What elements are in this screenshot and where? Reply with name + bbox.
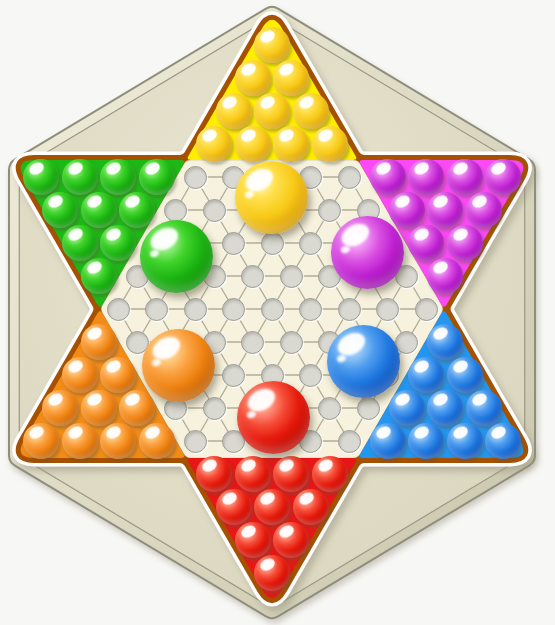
marble-red[interactable] [273, 456, 309, 492]
marble-green[interactable] [100, 159, 136, 195]
hole[interactable] [241, 265, 264, 288]
marble-yellow[interactable] [312, 126, 348, 162]
marble-blue[interactable] [485, 423, 521, 459]
marble-blue[interactable] [389, 390, 425, 426]
marble-magenta[interactable] [389, 192, 425, 228]
hole[interactable] [261, 232, 284, 255]
marble-yellow[interactable] [293, 93, 329, 129]
marble-magenta[interactable] [427, 192, 463, 228]
hole[interactable] [338, 430, 361, 453]
hole[interactable] [338, 298, 361, 321]
hole[interactable] [261, 298, 284, 321]
marble-red[interactable] [254, 489, 290, 525]
marble-red[interactable] [312, 456, 348, 492]
hole[interactable] [299, 298, 322, 321]
marble-yellow[interactable] [216, 93, 252, 129]
marble-green[interactable] [62, 159, 98, 195]
big-marble-magenta[interactable] [331, 216, 404, 289]
marble-yellow[interactable] [273, 126, 309, 162]
big-marble-yellow[interactable] [235, 161, 308, 234]
hole[interactable] [184, 298, 207, 321]
marble-magenta[interactable] [466, 192, 502, 228]
hole[interactable] [184, 430, 207, 453]
marble-orange[interactable] [42, 390, 78, 426]
big-marble-green[interactable] [140, 220, 213, 293]
marble-red[interactable] [293, 489, 329, 525]
hole[interactable] [203, 199, 226, 222]
hole[interactable] [145, 298, 168, 321]
marble-orange[interactable] [139, 423, 175, 459]
marble-magenta[interactable] [408, 225, 444, 261]
hole[interactable] [164, 199, 187, 222]
marble-magenta[interactable] [485, 159, 521, 195]
marble-green[interactable] [100, 225, 136, 261]
chinese-checkers-board [0, 0, 555, 625]
hole[interactable] [222, 232, 245, 255]
marble-yellow[interactable] [235, 126, 271, 162]
big-marble-orange[interactable] [142, 329, 215, 402]
marble-blue[interactable] [447, 423, 483, 459]
marble-orange[interactable] [100, 357, 136, 393]
marble-green[interactable] [139, 159, 175, 195]
marble-orange[interactable] [81, 324, 117, 360]
marble-red[interactable] [273, 522, 309, 558]
marble-green[interactable] [62, 225, 98, 261]
hole[interactable] [395, 331, 418, 354]
marble-red[interactable] [196, 456, 232, 492]
hole[interactable] [376, 298, 399, 321]
hole[interactable] [184, 166, 207, 189]
marble-red[interactable] [235, 522, 271, 558]
hole[interactable] [241, 331, 264, 354]
marble-blue[interactable] [447, 357, 483, 393]
pieces-layer [0, 0, 555, 625]
marble-green[interactable] [81, 258, 117, 294]
hole[interactable] [299, 232, 322, 255]
hole[interactable] [415, 298, 438, 321]
marble-orange[interactable] [81, 390, 117, 426]
marble-magenta[interactable] [427, 258, 463, 294]
marble-orange[interactable] [62, 357, 98, 393]
marble-green[interactable] [42, 192, 78, 228]
hole[interactable] [318, 199, 341, 222]
marble-blue[interactable] [370, 423, 406, 459]
marble-red[interactable] [216, 489, 252, 525]
marble-red[interactable] [254, 555, 290, 591]
marble-yellow[interactable] [273, 60, 309, 96]
hole[interactable] [222, 364, 245, 387]
big-marble-red[interactable] [237, 381, 310, 454]
hole[interactable] [357, 397, 380, 420]
marble-magenta[interactable] [447, 159, 483, 195]
marble-green[interactable] [119, 192, 155, 228]
marble-orange[interactable] [23, 423, 59, 459]
marble-orange[interactable] [100, 423, 136, 459]
marble-green[interactable] [23, 159, 59, 195]
hole[interactable] [280, 331, 303, 354]
marble-blue[interactable] [427, 324, 463, 360]
big-marble-blue[interactable] [327, 325, 400, 398]
marble-magenta[interactable] [447, 225, 483, 261]
marble-orange[interactable] [62, 423, 98, 459]
marble-magenta[interactable] [408, 159, 444, 195]
marble-yellow[interactable] [254, 27, 290, 63]
marble-red[interactable] [235, 456, 271, 492]
marble-magenta[interactable] [370, 159, 406, 195]
hole[interactable] [299, 364, 322, 387]
marble-yellow[interactable] [254, 93, 290, 129]
marble-blue[interactable] [427, 390, 463, 426]
hole[interactable] [338, 166, 361, 189]
marble-blue[interactable] [466, 390, 502, 426]
hole[interactable] [280, 265, 303, 288]
marble-green[interactable] [81, 192, 117, 228]
hole[interactable] [222, 298, 245, 321]
hole[interactable] [107, 298, 130, 321]
marble-orange[interactable] [119, 390, 155, 426]
marble-blue[interactable] [408, 423, 444, 459]
marble-yellow[interactable] [235, 60, 271, 96]
marble-blue[interactable] [408, 357, 444, 393]
hole[interactable] [203, 397, 226, 420]
hole[interactable] [318, 397, 341, 420]
marble-yellow[interactable] [196, 126, 232, 162]
